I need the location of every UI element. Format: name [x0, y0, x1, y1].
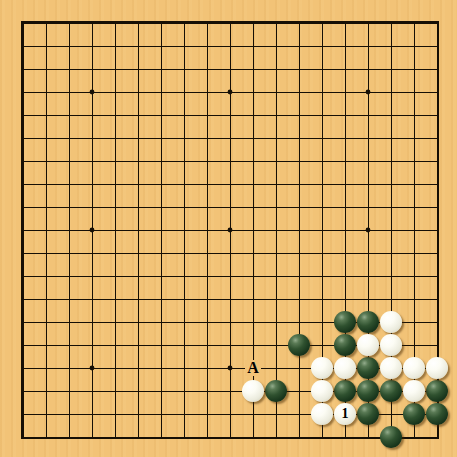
black-stone [334, 380, 356, 402]
black-stone [334, 334, 356, 356]
black-stone [403, 403, 425, 425]
black-stone [357, 380, 379, 402]
point-label-A: A [245, 360, 261, 376]
white-stone [242, 380, 264, 402]
white-stone [380, 357, 402, 379]
black-stone [357, 403, 379, 425]
white-stone [357, 334, 379, 356]
white-stone [311, 357, 333, 379]
white-stone [403, 380, 425, 402]
white-stone [334, 357, 356, 379]
stone-layer: A1 [12, 12, 449, 449]
white-stone [311, 380, 333, 402]
white-stone [403, 357, 425, 379]
white-stone [311, 403, 333, 425]
black-stone [380, 380, 402, 402]
black-stone [334, 311, 356, 333]
white-stone [380, 311, 402, 333]
white-stone [380, 334, 402, 356]
black-stone [357, 357, 379, 379]
white-stone [426, 357, 448, 379]
black-stone [288, 334, 310, 356]
black-stone [265, 380, 287, 402]
black-stone [426, 380, 448, 402]
black-stone [380, 426, 402, 448]
screenshot-stage: A1 [0, 0, 457, 457]
white-stone [334, 403, 356, 425]
go-board[interactable]: A1 [0, 0, 457, 457]
black-stone [357, 311, 379, 333]
black-stone [426, 403, 448, 425]
